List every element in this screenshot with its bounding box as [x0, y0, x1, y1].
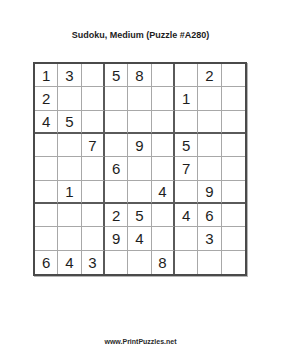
cell-r9c2[interactable]: 4	[58, 251, 81, 274]
cell-r7c5[interactable]: 5	[128, 204, 151, 227]
cell-r3c5[interactable]	[128, 111, 151, 134]
cell-r9c8[interactable]	[198, 251, 221, 274]
cell-r7c4[interactable]: 2	[105, 204, 128, 227]
cell-r4c8[interactable]	[198, 134, 221, 157]
cell-r7c6[interactable]	[152, 204, 175, 227]
cell-r5c1[interactable]	[35, 157, 58, 180]
cell-r2c8[interactable]	[198, 87, 221, 110]
cell-r6c8[interactable]: 9	[198, 181, 221, 204]
cell-r9c9[interactable]	[222, 251, 245, 274]
cell-r1c1[interactable]: 1	[35, 64, 58, 87]
cell-r8c5[interactable]: 4	[128, 227, 151, 250]
cell-r5c7[interactable]: 7	[175, 157, 198, 180]
cell-r1c7[interactable]	[175, 64, 198, 87]
cell-r2c7[interactable]: 1	[175, 87, 198, 110]
cell-r3c2[interactable]: 5	[58, 111, 81, 134]
cell-r4c5[interactable]: 9	[128, 134, 151, 157]
cell-r4c2[interactable]	[58, 134, 81, 157]
cell-r6c5[interactable]	[128, 181, 151, 204]
cell-r4c6[interactable]	[152, 134, 175, 157]
cell-r6c4[interactable]	[105, 181, 128, 204]
cell-r5c5[interactable]	[128, 157, 151, 180]
cell-r3c6[interactable]	[152, 111, 175, 134]
cell-r2c4[interactable]	[105, 87, 128, 110]
cell-r8c9[interactable]	[222, 227, 245, 250]
cell-r1c6[interactable]	[152, 64, 175, 87]
cell-r7c8[interactable]: 6	[198, 204, 221, 227]
cell-r1c3[interactable]	[82, 64, 105, 87]
cell-r5c6[interactable]	[152, 157, 175, 180]
cell-r8c1[interactable]	[35, 227, 58, 250]
cell-r2c9[interactable]	[222, 87, 245, 110]
cell-r7c7[interactable]: 4	[175, 204, 198, 227]
cell-r9c5[interactable]	[128, 251, 151, 274]
cell-r7c2[interactable]	[58, 204, 81, 227]
cell-r5c9[interactable]	[222, 157, 245, 180]
cell-r6c9[interactable]	[222, 181, 245, 204]
cell-r4c4[interactable]	[105, 134, 128, 157]
cell-r1c8[interactable]: 2	[198, 64, 221, 87]
cell-r3c4[interactable]	[105, 111, 128, 134]
cell-r3c3[interactable]	[82, 111, 105, 134]
cell-r7c3[interactable]	[82, 204, 105, 227]
cell-r6c3[interactable]	[82, 181, 105, 204]
cell-r3c9[interactable]	[222, 111, 245, 134]
cell-r4c9[interactable]	[222, 134, 245, 157]
cell-r9c4[interactable]	[105, 251, 128, 274]
cell-r1c9[interactable]	[222, 64, 245, 87]
cell-r9c3[interactable]: 3	[82, 251, 105, 274]
page-title: Sudoku, Medium (Puzzle #A280)	[0, 30, 281, 40]
cell-r8c2[interactable]	[58, 227, 81, 250]
cell-r9c1[interactable]: 6	[35, 251, 58, 274]
cell-r3c7[interactable]	[175, 111, 198, 134]
cell-r1c2[interactable]: 3	[58, 64, 81, 87]
cell-r2c2[interactable]	[58, 87, 81, 110]
cell-r7c1[interactable]	[35, 204, 58, 227]
cell-r5c4[interactable]: 6	[105, 157, 128, 180]
cell-r8c6[interactable]	[152, 227, 175, 250]
cell-r8c8[interactable]: 3	[198, 227, 221, 250]
cell-r3c1[interactable]: 4	[35, 111, 58, 134]
cell-r8c4[interactable]: 9	[105, 227, 128, 250]
cell-r2c1[interactable]: 2	[35, 87, 58, 110]
cell-r4c7[interactable]: 5	[175, 134, 198, 157]
cell-r5c8[interactable]	[198, 157, 221, 180]
cell-r1c5[interactable]: 8	[128, 64, 151, 87]
cell-r4c3[interactable]: 7	[82, 134, 105, 157]
cell-r6c7[interactable]	[175, 181, 198, 204]
cell-r6c6[interactable]: 4	[152, 181, 175, 204]
cell-r5c2[interactable]	[58, 157, 81, 180]
cell-r5c3[interactable]	[82, 157, 105, 180]
cell-r9c6[interactable]: 8	[152, 251, 175, 274]
cell-r3c8[interactable]	[198, 111, 221, 134]
cell-r8c3[interactable]	[82, 227, 105, 250]
cell-r1c4[interactable]: 5	[105, 64, 128, 87]
cell-r9c7[interactable]	[175, 251, 198, 274]
cell-r2c5[interactable]	[128, 87, 151, 110]
cell-r4c1[interactable]	[35, 134, 58, 157]
sudoku-board: 1358221457956714925469436438	[33, 62, 247, 276]
cell-r2c3[interactable]	[82, 87, 105, 110]
cell-r2c6[interactable]	[152, 87, 175, 110]
cell-r6c2[interactable]: 1	[58, 181, 81, 204]
cell-r8c7[interactable]	[175, 227, 198, 250]
footer-site-url: www.PrintPuzzles.net	[0, 338, 281, 345]
cell-r7c9[interactable]	[222, 204, 245, 227]
cell-r6c1[interactable]	[35, 181, 58, 204]
